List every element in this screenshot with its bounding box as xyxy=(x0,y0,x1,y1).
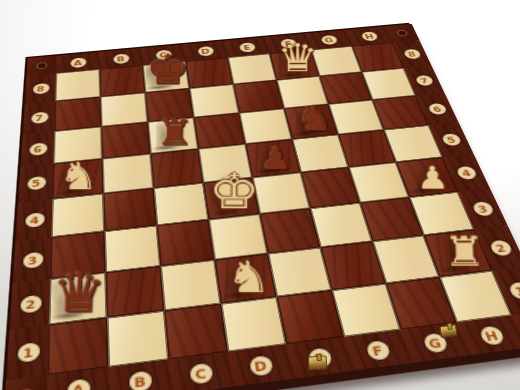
square-c4[interactable] xyxy=(154,183,209,226)
piece-dark-rook-c6[interactable]: ♜ xyxy=(156,115,193,150)
square-e8[interactable] xyxy=(228,54,277,85)
rank-label-right-1: 1 xyxy=(504,280,520,301)
file-label-top-a: A xyxy=(69,56,87,69)
square-b6[interactable] xyxy=(101,122,150,159)
rank-label-left-6-cell: 6 xyxy=(21,131,55,167)
rank-label-right-8-cell: 8 xyxy=(393,40,432,68)
file-label-bottom-a: A xyxy=(65,376,91,390)
square-c3[interactable] xyxy=(157,220,215,266)
file-label-top-d: D xyxy=(196,45,215,57)
square-d2[interactable]: ♞ xyxy=(215,254,277,304)
square-g1[interactable] xyxy=(386,277,457,330)
rank-label-right-4-cell: 4 xyxy=(443,154,490,192)
piece-light-knight-d2[interactable]: ♞ xyxy=(226,255,271,299)
square-d1[interactable] xyxy=(221,297,286,352)
square-b2[interactable] xyxy=(106,266,165,318)
piece-light-queen-f8[interactable]: ♛ xyxy=(277,39,318,77)
rank-label-right-2: 2 xyxy=(486,238,515,258)
square-c8[interactable]: ♚ xyxy=(143,61,190,92)
rank-label-right-6: 6 xyxy=(425,102,449,116)
square-b5[interactable] xyxy=(102,154,153,194)
rank-label-left-4: 4 xyxy=(23,210,46,228)
square-d4[interactable]: ♚ xyxy=(203,178,259,220)
file-label-top-e: E xyxy=(237,41,257,53)
rank-label-left-6: 6 xyxy=(27,141,48,157)
square-a5[interactable]: ♞ xyxy=(52,159,103,199)
square-a1[interactable] xyxy=(47,318,108,375)
rank-label-left-8-cell: 8 xyxy=(25,73,56,104)
file-label-bottom-b: B xyxy=(126,368,153,390)
rank-label-right-3: 3 xyxy=(469,199,497,217)
square-e2[interactable] xyxy=(268,247,332,296)
piece-dark-queen-a2[interactable]: ♛ xyxy=(51,267,107,320)
rank-label-left-5-cell: 5 xyxy=(18,164,53,203)
piece-light-knight-a5[interactable]: ♞ xyxy=(58,157,99,195)
piece-dark-king-c8[interactable]: ♚ xyxy=(145,49,190,90)
square-c5[interactable] xyxy=(151,149,204,188)
file-label-bottom-c: C xyxy=(187,360,215,385)
rank-label-right-5-cell: 5 xyxy=(429,122,474,157)
square-b8[interactable] xyxy=(100,65,146,97)
rank-label-left-2: 2 xyxy=(18,293,43,315)
file-label-top-g: G xyxy=(318,34,338,46)
chess-set-photo-scene: ABCDEFGH8♚♛8776♜♞65♞♟54♚♟4332♛♞♜211ABCDE… xyxy=(0,0,520,390)
square-e7[interactable] xyxy=(233,80,284,113)
rank-label-right-5: 5 xyxy=(438,132,463,147)
file-label-bottom-d-cell: D xyxy=(228,344,293,386)
file-label-top-b: B xyxy=(112,52,130,64)
file-label-bottom-h: H xyxy=(475,323,507,346)
square-b1[interactable] xyxy=(107,311,169,368)
brass-hinge-icon xyxy=(439,324,458,338)
piece-light-pawn-h4[interactable]: ♟ xyxy=(416,162,450,193)
square-b4[interactable] xyxy=(103,188,157,231)
square-f4[interactable] xyxy=(301,167,360,208)
square-a7[interactable] xyxy=(54,97,101,131)
file-label-bottom-h-cell: H xyxy=(457,315,520,355)
square-b3[interactable] xyxy=(104,225,160,272)
square-d6[interactable] xyxy=(194,113,246,149)
rank-label-left-1-cell: 1 xyxy=(6,325,49,381)
square-d7[interactable] xyxy=(189,84,239,117)
square-e6[interactable] xyxy=(239,109,292,144)
square-a2[interactable]: ♛ xyxy=(49,272,107,324)
rank-label-left-1: 1 xyxy=(15,340,41,364)
rank-label-right-1-cell: 1 xyxy=(492,266,520,315)
square-d8[interactable] xyxy=(186,57,234,88)
square-c2[interactable] xyxy=(160,260,220,311)
square-c1[interactable] xyxy=(164,304,228,360)
file-label-bottom-d: D xyxy=(246,353,275,378)
square-h2[interactable]: ♜ xyxy=(424,229,493,276)
rank-label-left-7: 7 xyxy=(29,110,49,124)
rank-label-left-7-cell: 7 xyxy=(23,101,55,134)
rank-label-left-4-cell: 4 xyxy=(16,199,53,241)
rank-label-left-2-cell: 2 xyxy=(10,279,51,330)
square-a8[interactable] xyxy=(55,69,100,101)
rank-label-left-8: 8 xyxy=(31,82,50,95)
brass-hinge-icon xyxy=(308,355,328,370)
square-f8[interactable]: ♛ xyxy=(270,50,320,80)
file-label-bottom-f: F xyxy=(362,338,392,362)
rank-label-left-5: 5 xyxy=(25,174,47,191)
square-f6[interactable]: ♞ xyxy=(284,104,338,139)
file-label-bottom-c-cell: C xyxy=(169,352,233,390)
rank-label-right-8: 8 xyxy=(401,48,423,60)
rank-label-left-3-cell: 3 xyxy=(13,237,52,283)
square-b7[interactable] xyxy=(100,93,147,127)
rank-label-left-3: 3 xyxy=(21,250,45,270)
file-label-top-h: H xyxy=(359,30,380,42)
rank-label-right-4: 4 xyxy=(453,164,479,181)
piece-light-rook-h2[interactable]: ♜ xyxy=(443,231,487,272)
piece-light-king-d4[interactable]: ♚ xyxy=(208,167,259,216)
square-e4[interactable] xyxy=(252,172,310,214)
piece-dark-pawn-e5[interactable]: ♟ xyxy=(260,144,292,174)
square-f1[interactable] xyxy=(332,283,401,336)
square-a4[interactable] xyxy=(51,193,104,237)
piece-dark-knight-f6[interactable]: ♞ xyxy=(296,101,334,136)
square-c6[interactable]: ♜ xyxy=(148,117,199,153)
rank-label-right-7: 7 xyxy=(412,74,435,87)
